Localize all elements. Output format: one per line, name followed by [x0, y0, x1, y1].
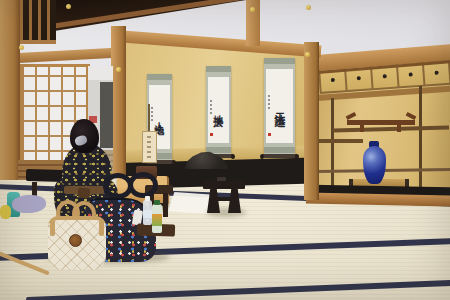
- gold-nail-ornament: [116, 67, 121, 72]
- handbag-logo: [69, 234, 82, 247]
- bottle-cap: [145, 196, 150, 201]
- bottle-cap: [154, 200, 160, 205]
- boston-bag-handle: [128, 172, 158, 198]
- red-seal: [210, 133, 213, 136]
- bench-leg: [207, 189, 220, 213]
- low-trestle-bench: [203, 179, 245, 215]
- signature-marks: [268, 95, 270, 110]
- cabinet-pull: [383, 74, 387, 78]
- bottle-label: [143, 210, 152, 218]
- rod-knob: [260, 154, 264, 159]
- stand-foot: [397, 125, 401, 132]
- shelf-support: [419, 86, 422, 190]
- cabinet-pull: [409, 72, 413, 76]
- bench-leg: [228, 189, 241, 213]
- scroll-band: [264, 58, 295, 64]
- shelf-support: [331, 98, 334, 192]
- cabinet-pull: [357, 76, 361, 80]
- gold-nail-ornament: [19, 45, 24, 50]
- gold-nail-ornament: [305, 52, 310, 57]
- blue-porcelain-vase: [363, 146, 386, 184]
- plaque-cord: [148, 104, 150, 132]
- stand-bar: [347, 120, 415, 125]
- dark-doorway-panel: [100, 82, 113, 148]
- belt-knot: [78, 188, 91, 199]
- stand-end: [406, 112, 417, 120]
- bottle-label: [152, 214, 162, 226]
- handbag-trim: [50, 220, 55, 236]
- bench-stretcher: [211, 197, 237, 201]
- scroll-band: [147, 74, 172, 80]
- plaque-marks: [147, 136, 151, 158]
- handbag-trim: [99, 220, 104, 236]
- stand-foot: [360, 125, 364, 132]
- photo-shogi-match-room: 人法地 地法天 天法道: [0, 0, 450, 300]
- hanging-scroll-right: 天法道: [264, 58, 295, 156]
- scroll-band: [264, 147, 295, 153]
- cabinet-pull: [331, 78, 335, 82]
- scroll-band: [206, 66, 231, 72]
- rod-knob: [295, 154, 299, 159]
- staggered-shelf: [315, 139, 363, 143]
- wooden-plaque: [142, 131, 157, 163]
- cabinet-pull: [434, 71, 438, 75]
- red-seal: [268, 133, 271, 136]
- corner-post: [111, 26, 126, 178]
- rod-knob: [172, 160, 176, 165]
- gold-nail-ornament: [66, 4, 71, 9]
- scroll-rod: [262, 154, 297, 158]
- gold-nail-ornament: [306, 5, 311, 10]
- bench-top: [203, 181, 245, 189]
- rod-knob: [231, 154, 235, 159]
- signature-marks: [151, 107, 153, 122]
- gold-nail-ornament: [250, 7, 255, 12]
- hanging-scroll-middle: 地法天: [206, 66, 231, 156]
- signature-marks: [210, 100, 212, 115]
- next-room-ceiling: [88, 66, 113, 80]
- yellow-pouch: [0, 205, 11, 219]
- curved-display-stand: [347, 113, 415, 133]
- alcove-pillar: [304, 42, 319, 200]
- stand-end: [346, 112, 357, 120]
- left-edge-post: [0, 0, 20, 180]
